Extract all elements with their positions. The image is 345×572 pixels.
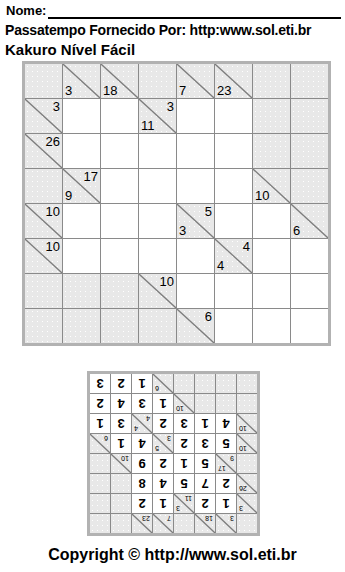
- solution-clue-cell-r3c1: 179: [216, 454, 236, 473]
- solution-clue-cell-r3c6: 10: [111, 454, 131, 473]
- puzzle-cell-r7c7[interactable]: [291, 309, 328, 343]
- down-clue: 9: [65, 189, 72, 202]
- puzzle-cell-r6c1: [63, 274, 100, 308]
- solution-cell-r0c6: [111, 514, 131, 533]
- puzzle-cell-r6c7[interactable]: [291, 274, 328, 308]
- puzzle-cell-r4c5[interactable]: [215, 204, 252, 238]
- solution-cell-r6c7: 2: [90, 394, 110, 413]
- solution-cell-r6c5: 3: [132, 394, 152, 413]
- down-clue: 4: [217, 259, 224, 272]
- solution-cell-r0c7: [90, 514, 110, 533]
- solution-cell-r4c3: 2: [174, 434, 194, 453]
- solution-digit: 2: [216, 474, 236, 493]
- puzzle-cell-r4c1[interactable]: [63, 204, 100, 238]
- source-line: Passatempo Fornecido Por: http:www.sol.e…: [5, 22, 311, 38]
- solution-digit: 3: [132, 394, 152, 413]
- puzzle-cell-r1c4[interactable]: [177, 99, 214, 133]
- solution-digit: 1: [174, 454, 194, 473]
- down-clue: 10: [121, 455, 129, 462]
- puzzle-cell-r3c4[interactable]: [177, 169, 214, 203]
- down-clue: 6: [104, 435, 108, 442]
- across-clue: 17: [84, 170, 98, 183]
- solution-digit: 4: [153, 474, 173, 493]
- puzzle-cell-r6c6[interactable]: [253, 274, 290, 308]
- solution-digit: 1: [153, 394, 173, 413]
- across-clue: 26: [46, 135, 60, 148]
- puzzle-cell-r7c6[interactable]: [253, 309, 290, 343]
- solution-digit: 1: [111, 434, 131, 453]
- puzzle-cell-r0c7: [291, 64, 328, 98]
- down-clue: 7: [167, 515, 171, 522]
- solution-digit: 2: [153, 454, 173, 473]
- puzzle-cell-r7c2: [101, 309, 138, 343]
- puzzle-cell-r6c5[interactable]: [215, 274, 252, 308]
- solution-digit: 5: [195, 454, 215, 473]
- solution-clue-cell-r4c4: 53: [153, 434, 173, 453]
- down-clue: 4: [146, 415, 150, 422]
- across-clue: 4: [134, 425, 138, 432]
- solution-digit: 2: [111, 374, 131, 393]
- solution-cell-r4c5: 4: [132, 434, 152, 453]
- solution-cell-r5c1: 4: [216, 414, 236, 433]
- puzzle-clue-cell-r0c5: 23: [215, 64, 252, 98]
- puzzle-cell-r2c1[interactable]: [63, 134, 100, 168]
- solution-cell-r5c3: 3: [174, 414, 194, 433]
- across-clue: 5: [155, 445, 159, 452]
- solution-cell-r4c1: 5: [216, 434, 236, 453]
- solution-digit: 5: [174, 474, 194, 493]
- puzzle-clue-cell-r4c7: 6: [291, 204, 328, 238]
- puzzle-cell-r5c6[interactable]: [253, 239, 290, 273]
- solution-cell-r1c4: 1: [153, 494, 173, 513]
- solution-digit: 2: [153, 414, 173, 433]
- puzzle-cell-r1c6: [253, 99, 290, 133]
- solution-digit: 3: [195, 434, 215, 453]
- puzzle-cell-r3c5[interactable]: [215, 169, 252, 203]
- solution-digit: 8: [132, 474, 152, 493]
- down-clue: 3: [179, 224, 186, 237]
- puzzle-cell-r2c5[interactable]: [215, 134, 252, 168]
- across-clue: 10: [160, 275, 174, 288]
- puzzle-clue-cell-r0c1: 3: [63, 64, 100, 98]
- solution-cell-r7c7: 3: [90, 374, 110, 393]
- solution-cell-r3c7: [90, 454, 110, 473]
- solution-cell-r5c4: 2: [153, 414, 173, 433]
- puzzle-cell-r7c0: [25, 309, 62, 343]
- solution-cell-r1c6: [111, 494, 131, 513]
- down-clue: 18: [103, 84, 117, 97]
- name-row: Nome:: [6, 3, 341, 19]
- solution-clue-cell-r0c5: 23: [132, 514, 152, 533]
- solution-clue-cell-r6c3: 10: [174, 394, 194, 413]
- down-clue: 18: [205, 515, 213, 522]
- puzzle-cell-r5c2[interactable]: [101, 239, 138, 273]
- puzzle-cell-r5c4[interactable]: [177, 239, 214, 273]
- puzzle-clue-cell-r5c0: 10: [25, 239, 62, 273]
- solution-clue-cell-r1c3: 311: [174, 494, 194, 513]
- solution-cell-r3c3: 1: [174, 454, 194, 473]
- solution-digit: 1: [153, 494, 173, 513]
- solution-cell-r3c2: 5: [195, 454, 215, 473]
- solution-cell-r0c0: [237, 514, 257, 533]
- across-clue: 6: [155, 385, 159, 392]
- solution-digit: 2: [174, 434, 194, 453]
- solution-clue-cell-r0c4: 7: [153, 514, 173, 533]
- down-clue: 11: [141, 119, 155, 132]
- solution-cell-r6c0: [237, 394, 257, 413]
- solution-digit: 4: [111, 394, 131, 413]
- page-title: Kakuro Nível Fácil: [5, 41, 135, 58]
- puzzle-clue-cell-r6c3: 10: [139, 274, 176, 308]
- down-clue: 23: [142, 515, 150, 522]
- solution-cell-r2c5: 8: [132, 474, 152, 493]
- puzzle-cell-r3c2[interactable]: [101, 169, 138, 203]
- solution-cell-r2c3: 5: [174, 474, 194, 493]
- solution-clue-cell-r5c5: 44: [132, 414, 152, 433]
- solution-clue-cell-r4c7: 6: [90, 434, 110, 453]
- puzzle-clue-cell-r7c4: 6: [177, 309, 214, 343]
- puzzle-cell-r2c7: [291, 134, 328, 168]
- puzzle-cell-r3c3[interactable]: [139, 169, 176, 203]
- solution-cell-r7c5: 1: [132, 374, 152, 393]
- solution-clue-cell-r1c0: 3: [237, 494, 257, 513]
- solution-cell-r5c2: 1: [195, 414, 215, 433]
- solution-cell-r6c6: 4: [111, 394, 131, 413]
- solution-digit: 1: [132, 374, 152, 393]
- solution-cell-r6c4: 1: [153, 394, 173, 413]
- across-clue: 6: [205, 310, 212, 323]
- puzzle-cell-r2c4[interactable]: [177, 134, 214, 168]
- puzzle-clue-cell-r1c3: 311: [139, 99, 176, 133]
- solution-digit: 7: [195, 474, 215, 493]
- solution-cell-r1c1: 1: [216, 494, 236, 513]
- across-clue: 26: [239, 485, 247, 492]
- solution-digit: 3: [90, 374, 110, 393]
- copyright-text: Copyright © http://www.sol.eti.br: [0, 546, 345, 564]
- across-clue: 3: [167, 100, 174, 113]
- down-clue: 9: [230, 455, 234, 462]
- solution-cell-r7c6: 2: [111, 374, 131, 393]
- solution-digit: 1: [216, 494, 236, 513]
- puzzle-cell-r0c3: [139, 64, 176, 98]
- solution-digit: 3: [111, 414, 131, 433]
- solution-cell-r7c0: [237, 374, 257, 393]
- solution-cell-r1c2: 2: [195, 494, 215, 513]
- solution-cell-r2c2: 7: [195, 474, 215, 493]
- solution-cell-r3c4: 2: [153, 454, 173, 473]
- puzzle-cell-r1c5[interactable]: [215, 99, 252, 133]
- down-clue: 11: [185, 495, 192, 502]
- solution-digit: 5: [216, 434, 236, 453]
- puzzle-cell-r5c3[interactable]: [139, 239, 176, 273]
- across-clue: 10: [176, 405, 184, 412]
- puzzle-cell-r7c3: [139, 309, 176, 343]
- across-clue: 3: [53, 100, 60, 113]
- solution-cell-r1c5: 2: [132, 494, 152, 513]
- puzzle-cell-r5c7[interactable]: [291, 239, 328, 273]
- solution-cell-r2c1: 2: [216, 474, 236, 493]
- puzzle-clue-cell-r5c5: 44: [215, 239, 252, 273]
- puzzle-cell-r0c6: [253, 64, 290, 98]
- solution-cell-r7c2: [195, 374, 215, 393]
- across-clue: 5: [205, 205, 212, 218]
- solution-clue-cell-r4c0: 10: [237, 434, 257, 453]
- solution-clue-cell-r0c1: 3: [216, 514, 236, 533]
- solution-cell-r2c7: [90, 474, 110, 493]
- solution-cell-r7c3: [174, 374, 194, 393]
- solution-cell-r4c6: 1: [111, 434, 131, 453]
- kakuro-puzzle-grid: 31872333112617910105361044106: [22, 61, 331, 346]
- name-blank-line[interactable]: [48, 4, 341, 19]
- solution-digit: 2: [195, 494, 215, 513]
- puzzle-cell-r3c7: [291, 169, 328, 203]
- solution-cell-r0c3: [174, 514, 194, 533]
- puzzle-clue-cell-r1c0: 3: [25, 99, 62, 133]
- puzzle-clue-cell-r2c0: 26: [25, 134, 62, 168]
- across-clue: 10: [239, 425, 247, 432]
- puzzle-clue-cell-r0c4: 7: [177, 64, 214, 98]
- puzzle-cell-r2c3[interactable]: [139, 134, 176, 168]
- puzzle-cell-r7c5[interactable]: [215, 309, 252, 343]
- solution-cell-r6c2: [195, 394, 215, 413]
- puzzle-cell-r0c0: [25, 64, 62, 98]
- puzzle-cell-r1c2[interactable]: [101, 99, 138, 133]
- down-clue: 7: [179, 84, 186, 97]
- solution-cell-r3c5: 9: [132, 454, 152, 473]
- solution-digit: 9: [132, 454, 152, 473]
- solution-digit: 3: [174, 414, 194, 433]
- solution-clue-cell-r0c2: 18: [195, 514, 215, 533]
- across-clue: 10: [46, 240, 60, 253]
- solution-cell-r5c6: 3: [111, 414, 131, 433]
- solution-clue-cell-r5c0: 10: [237, 414, 257, 433]
- down-clue: 10: [255, 189, 269, 202]
- solution-cell-r4c2: 3: [195, 434, 215, 453]
- solution-digit: 4: [132, 434, 152, 453]
- solution-cell-r3c0: [237, 454, 257, 473]
- puzzle-clue-cell-r4c0: 10: [25, 204, 62, 238]
- puzzle-cell-r7c1: [63, 309, 100, 343]
- puzzle-cell-r1c7: [291, 99, 328, 133]
- across-clue: 3: [239, 505, 243, 512]
- down-clue: 23: [217, 84, 231, 97]
- puzzle-clue-cell-r3c6: 10: [253, 169, 290, 203]
- kakuro-solution-grid-rotated: 3187233123111226275481795129101053253416…: [87, 371, 260, 536]
- puzzle-cell-r1c1[interactable]: [63, 99, 100, 133]
- puzzle-clue-cell-r4c4: 53: [177, 204, 214, 238]
- puzzle-cell-r6c0: [25, 274, 62, 308]
- solution-cell-r7c1: [216, 374, 236, 393]
- solution-digit: 1: [90, 414, 110, 433]
- across-clue: 10: [239, 445, 247, 452]
- puzzle-clue-cell-r3c1: 179: [63, 169, 100, 203]
- page: Nome: Passatempo Fornecido Por: http:www…: [0, 0, 345, 572]
- puzzle-cell-r6c4[interactable]: [177, 274, 214, 308]
- puzzle-cell-r3c0: [25, 169, 62, 203]
- puzzle-cell-r5c1[interactable]: [63, 239, 100, 273]
- across-clue: 17: [218, 465, 226, 472]
- solution-digit: 4: [216, 414, 236, 433]
- solution-cell-r1c7: [90, 494, 110, 513]
- solution-clue-cell-r2c0: 26: [237, 474, 257, 493]
- solution-clue-cell-r7c4: 6: [153, 374, 173, 393]
- down-clue: 3: [65, 84, 72, 97]
- down-clue: 3: [230, 515, 234, 522]
- solution-cell-r5c7: 1: [90, 414, 110, 433]
- solution-digit: 2: [90, 394, 110, 413]
- puzzle-cell-r4c3[interactable]: [139, 204, 176, 238]
- puzzle-cell-r2c6: [253, 134, 290, 168]
- solution-cell-r2c4: 4: [153, 474, 173, 493]
- solution-digit: 1: [195, 414, 215, 433]
- name-label: Nome:: [6, 3, 46, 19]
- solution-digit: 2: [132, 494, 152, 513]
- solution-cell-r2c6: [111, 474, 131, 493]
- puzzle-cell-r4c6[interactable]: [253, 204, 290, 238]
- down-clue: 3: [167, 435, 171, 442]
- puzzle-cell-r2c2[interactable]: [101, 134, 138, 168]
- solution-cell-r6c1: [216, 394, 236, 413]
- across-clue: 10: [46, 205, 60, 218]
- across-clue: 4: [243, 240, 250, 253]
- down-clue: 6: [293, 224, 300, 237]
- puzzle-cell-r6c2: [101, 274, 138, 308]
- across-clue: 3: [176, 505, 180, 512]
- puzzle-clue-cell-r0c2: 18: [101, 64, 138, 98]
- puzzle-cell-r4c2[interactable]: [101, 204, 138, 238]
